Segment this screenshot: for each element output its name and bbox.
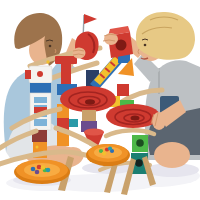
tower-window-stripe-1 [34,103,47,105]
marble-teal [46,168,51,173]
block-teal-small [69,119,78,127]
scene-canvas [0,0,200,200]
spiral-hole-lower [131,116,140,121]
funnel-red-small-rim [84,129,104,136]
marble-red [37,165,42,170]
left-boy-eye [49,45,52,48]
tower-red-tab [25,70,31,79]
block-red-support-stem [61,64,71,86]
photo-two-boys-marble-run [0,0,200,200]
peg-yellow [46,60,49,63]
block-red-right [117,84,129,96]
block-wood-under-spiral [82,110,96,121]
right-boy-knee [154,142,190,168]
block-teal-hole [135,159,143,167]
left-boy-hand [73,48,86,59]
right-boy-eye [144,44,147,47]
right-boy-hair [136,12,195,60]
marble-blue [31,167,36,172]
red-flag [84,14,97,24]
spiral-hole-upper [85,99,95,105]
block-red-support-bar [55,56,77,64]
tray-left-bowl [24,163,60,177]
block-dot-yellow [36,146,39,149]
marble-yellow [41,165,46,170]
tower-red-dot [37,71,43,77]
tower-blue-band [30,83,51,93]
marble-yellow-2 [102,151,106,155]
marble-purple [35,170,40,175]
marble-teal-2 [108,146,112,150]
block-green-hole [136,139,144,147]
